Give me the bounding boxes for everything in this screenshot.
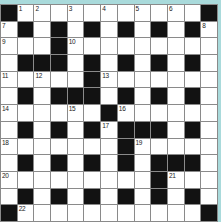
grid-cell[interactable] bbox=[18, 105, 34, 121]
grid-cell[interactable] bbox=[185, 172, 201, 188]
grid-cell[interactable] bbox=[135, 205, 151, 221]
grid-cell[interactable] bbox=[51, 205, 67, 221]
grid-cell[interactable] bbox=[1, 88, 17, 104]
frame-right-strip bbox=[218, 0, 221, 222]
grid-cell[interactable] bbox=[135, 88, 151, 104]
grid-cell[interactable] bbox=[51, 172, 67, 188]
grid-cell[interactable] bbox=[68, 72, 84, 88]
clue-number: 21 bbox=[169, 172, 176, 180]
grid-cell[interactable] bbox=[168, 139, 184, 155]
grid-cell[interactable] bbox=[68, 205, 84, 221]
grid-cell[interactable] bbox=[201, 122, 217, 138]
grid-cell[interactable] bbox=[34, 139, 50, 155]
grid-cell[interactable]: 9 bbox=[1, 38, 17, 54]
black-cell bbox=[185, 189, 201, 205]
grid-cell[interactable] bbox=[135, 105, 151, 121]
grid-cell[interactable] bbox=[68, 139, 84, 155]
grid-cell[interactable] bbox=[201, 139, 217, 155]
grid-cell[interactable]: 8 bbox=[201, 22, 217, 38]
grid-cell[interactable] bbox=[151, 139, 167, 155]
grid-cell[interactable] bbox=[84, 105, 100, 121]
black-cell bbox=[168, 155, 184, 171]
grid-cell[interactable]: 22 bbox=[18, 205, 34, 221]
black-cell bbox=[118, 88, 134, 104]
grid-cell[interactable]: 17 bbox=[101, 122, 117, 138]
grid-cell[interactable]: 18 bbox=[1, 139, 17, 155]
grid-cell[interactable] bbox=[68, 189, 84, 205]
black-cell bbox=[18, 88, 34, 104]
grid-cell[interactable] bbox=[101, 55, 117, 71]
black-cell bbox=[201, 5, 217, 21]
grid-cell[interactable] bbox=[34, 122, 50, 138]
grid-cell[interactable] bbox=[18, 139, 34, 155]
black-cell bbox=[151, 172, 167, 188]
black-cell bbox=[118, 139, 134, 155]
grid-cell[interactable] bbox=[34, 88, 50, 104]
grid-cell[interactable] bbox=[118, 72, 134, 88]
grid-cell[interactable]: 21 bbox=[168, 172, 184, 188]
grid-cell[interactable] bbox=[135, 172, 151, 188]
grid-cell[interactable] bbox=[1, 155, 17, 171]
black-cell bbox=[118, 55, 134, 71]
grid-cell[interactable]: 7 bbox=[1, 22, 17, 38]
grid-cell[interactable] bbox=[101, 155, 117, 171]
crossword-board: 12345678910111213141516171819202122 bbox=[0, 4, 218, 222]
black-cell bbox=[51, 22, 67, 38]
crossword-app: 12345678910111213141516171819202122 bbox=[0, 0, 221, 222]
grid-cell[interactable]: 13 bbox=[101, 72, 117, 88]
grid-cell[interactable]: 10 bbox=[68, 38, 84, 54]
grid-cell[interactable] bbox=[168, 122, 184, 138]
grid-cell[interactable] bbox=[18, 38, 34, 54]
grid-cell[interactable]: 19 bbox=[135, 139, 151, 155]
grid-cell[interactable]: 12 bbox=[34, 72, 50, 88]
black-cell bbox=[84, 88, 100, 104]
grid-cell[interactable] bbox=[34, 38, 50, 54]
grid-cell[interactable] bbox=[201, 189, 217, 205]
grid-cell[interactable] bbox=[185, 139, 201, 155]
grid-cell[interactable] bbox=[118, 5, 134, 21]
black-cell bbox=[118, 189, 134, 205]
black-cell bbox=[1, 5, 17, 21]
black-cell bbox=[51, 155, 67, 171]
clue-number: 16 bbox=[119, 105, 126, 113]
grid-cell[interactable] bbox=[185, 205, 201, 221]
grid-cell[interactable] bbox=[135, 55, 151, 71]
grid-cell[interactable]: 2 bbox=[34, 5, 50, 21]
black-cell bbox=[84, 55, 100, 71]
grid-cell[interactable]: 16 bbox=[118, 105, 134, 121]
black-cell bbox=[84, 22, 100, 38]
black-cell bbox=[151, 189, 167, 205]
black-cell bbox=[18, 22, 34, 38]
grid-cell[interactable] bbox=[1, 55, 17, 71]
black-cell bbox=[84, 72, 100, 88]
grid-cell[interactable] bbox=[34, 105, 50, 121]
grid-cell[interactable] bbox=[118, 205, 134, 221]
grid-cell[interactable] bbox=[151, 72, 167, 88]
grid-cell[interactable] bbox=[168, 105, 184, 121]
grid-cell[interactable] bbox=[18, 72, 34, 88]
black-cell bbox=[18, 189, 34, 205]
grid-cell[interactable] bbox=[68, 172, 84, 188]
grid-cell[interactable] bbox=[185, 38, 201, 54]
grid-cell[interactable]: 11 bbox=[1, 72, 17, 88]
grid-cell[interactable] bbox=[151, 38, 167, 54]
grid-cell[interactable] bbox=[135, 155, 151, 171]
clue-number: 20 bbox=[2, 172, 9, 180]
clue-number: 14 bbox=[2, 105, 9, 113]
grid-cell[interactable] bbox=[51, 72, 67, 88]
grid-cell[interactable]: 14 bbox=[1, 105, 17, 121]
black-cell bbox=[118, 122, 134, 138]
clue-number: 7 bbox=[2, 22, 5, 30]
grid-cell[interactable] bbox=[101, 88, 117, 104]
black-cell bbox=[84, 122, 100, 138]
grid-cell[interactable] bbox=[84, 5, 100, 21]
black-cell bbox=[34, 55, 50, 71]
black-cell bbox=[185, 155, 201, 171]
grid-cell[interactable] bbox=[168, 189, 184, 205]
grid-cell[interactable] bbox=[135, 72, 151, 88]
grid-cell[interactable] bbox=[101, 139, 117, 155]
grid-cell[interactable] bbox=[84, 38, 100, 54]
grid-cell[interactable]: 1 bbox=[18, 5, 34, 21]
black-cell bbox=[18, 122, 34, 138]
black-cell bbox=[84, 189, 100, 205]
clue-number: 9 bbox=[2, 38, 5, 46]
grid-cell[interactable] bbox=[68, 155, 84, 171]
grid-cell[interactable] bbox=[168, 22, 184, 38]
black-cell bbox=[51, 189, 67, 205]
grid-cell[interactable] bbox=[101, 189, 117, 205]
clue-number: 1 bbox=[19, 5, 22, 13]
clue-number: 22 bbox=[19, 205, 26, 213]
clue-number: 13 bbox=[102, 72, 109, 80]
grid-cell[interactable] bbox=[101, 38, 117, 54]
grid-cell[interactable] bbox=[168, 38, 184, 54]
clue-number: 19 bbox=[136, 139, 143, 147]
grid-cell[interactable] bbox=[201, 55, 217, 71]
grid-cell[interactable] bbox=[201, 105, 217, 121]
grid-cell[interactable]: 15 bbox=[68, 105, 84, 121]
grid-cell[interactable] bbox=[201, 38, 217, 54]
black-cell bbox=[185, 122, 201, 138]
grid-cell[interactable] bbox=[168, 72, 184, 88]
black-cell bbox=[51, 88, 67, 104]
clue-number: 18 bbox=[2, 139, 9, 147]
grid-cell[interactable] bbox=[84, 172, 100, 188]
grid-cell[interactable] bbox=[168, 55, 184, 71]
clue-number: 6 bbox=[169, 5, 172, 13]
grid-cell[interactable] bbox=[51, 5, 67, 21]
grid-cell[interactable]: 20 bbox=[1, 172, 17, 188]
grid-cell[interactable] bbox=[185, 5, 201, 21]
grid-cell[interactable] bbox=[68, 122, 84, 138]
grid-cell[interactable] bbox=[168, 205, 184, 221]
grid-cell[interactable] bbox=[51, 139, 67, 155]
black-cell bbox=[51, 38, 67, 54]
grid-cell[interactable] bbox=[84, 139, 100, 155]
black-cell bbox=[68, 88, 84, 104]
grid-cell[interactable] bbox=[118, 172, 134, 188]
grid-cell[interactable] bbox=[1, 189, 17, 205]
black-cell bbox=[51, 55, 67, 71]
grid-cell[interactable] bbox=[1, 122, 17, 138]
grid-cell[interactable] bbox=[68, 22, 84, 38]
grid-cell[interactable] bbox=[135, 189, 151, 205]
black-cell bbox=[151, 55, 167, 71]
grid-cell[interactable] bbox=[34, 205, 50, 221]
black-cell bbox=[118, 155, 134, 171]
clue-number: 11 bbox=[2, 72, 8, 80]
clue-number: 17 bbox=[102, 122, 109, 130]
grid-cell[interactable] bbox=[34, 172, 50, 188]
black-cell bbox=[51, 122, 67, 138]
clue-number: 5 bbox=[136, 5, 139, 13]
black-cell bbox=[201, 205, 217, 221]
grid-cell[interactable] bbox=[34, 155, 50, 171]
black-cell bbox=[84, 155, 100, 171]
grid-cell[interactable]: 4 bbox=[101, 5, 117, 21]
black-cell bbox=[151, 155, 167, 171]
grid-cell[interactable] bbox=[135, 22, 151, 38]
grid-cell[interactable]: 5 bbox=[135, 5, 151, 21]
grid-cell[interactable] bbox=[201, 155, 217, 171]
black-cell bbox=[118, 22, 134, 38]
black-cell bbox=[151, 122, 167, 138]
grid-cell[interactable] bbox=[118, 38, 134, 54]
clue-number: 8 bbox=[202, 22, 205, 30]
black-cell bbox=[18, 55, 34, 71]
clue-number: 3 bbox=[69, 5, 72, 13]
grid-cell[interactable]: 6 bbox=[168, 5, 184, 21]
black-cell bbox=[151, 22, 167, 38]
grid-cell[interactable] bbox=[201, 172, 217, 188]
black-cell bbox=[135, 122, 151, 138]
black-cell bbox=[1, 205, 17, 221]
clue-number: 2 bbox=[35, 5, 38, 13]
black-cell bbox=[151, 88, 167, 104]
clue-number: 4 bbox=[102, 5, 105, 13]
grid-cell[interactable] bbox=[68, 55, 84, 71]
grid-cell[interactable] bbox=[151, 105, 167, 121]
black-cell bbox=[185, 88, 201, 104]
grid-cell[interactable] bbox=[18, 172, 34, 188]
grid-cell[interactable] bbox=[101, 205, 117, 221]
grid-cell[interactable] bbox=[34, 22, 50, 38]
grid-cell[interactable] bbox=[34, 189, 50, 205]
grid-cell[interactable] bbox=[185, 105, 201, 121]
clue-number: 10 bbox=[69, 38, 76, 46]
grid-cell[interactable]: 3 bbox=[68, 5, 84, 21]
grid-cell[interactable] bbox=[168, 88, 184, 104]
black-cell bbox=[185, 55, 201, 71]
grid-cell[interactable] bbox=[51, 105, 67, 121]
black-cell bbox=[18, 155, 34, 171]
grid-cell[interactable] bbox=[185, 72, 201, 88]
grid-cell[interactable] bbox=[201, 88, 217, 104]
clue-number: 12 bbox=[35, 72, 42, 80]
black-cell bbox=[185, 22, 201, 38]
grid-cell[interactable] bbox=[84, 205, 100, 221]
grid-cell[interactable] bbox=[101, 172, 117, 188]
grid-cell[interactable] bbox=[151, 205, 167, 221]
frame-top-strip bbox=[0, 0, 221, 4]
black-cell bbox=[101, 105, 117, 121]
grid-cell[interactable] bbox=[135, 38, 151, 54]
grid-cell[interactable] bbox=[201, 72, 217, 88]
clue-number: 15 bbox=[69, 105, 76, 113]
grid-cell[interactable] bbox=[101, 22, 117, 38]
grid-cell[interactable] bbox=[151, 5, 167, 21]
